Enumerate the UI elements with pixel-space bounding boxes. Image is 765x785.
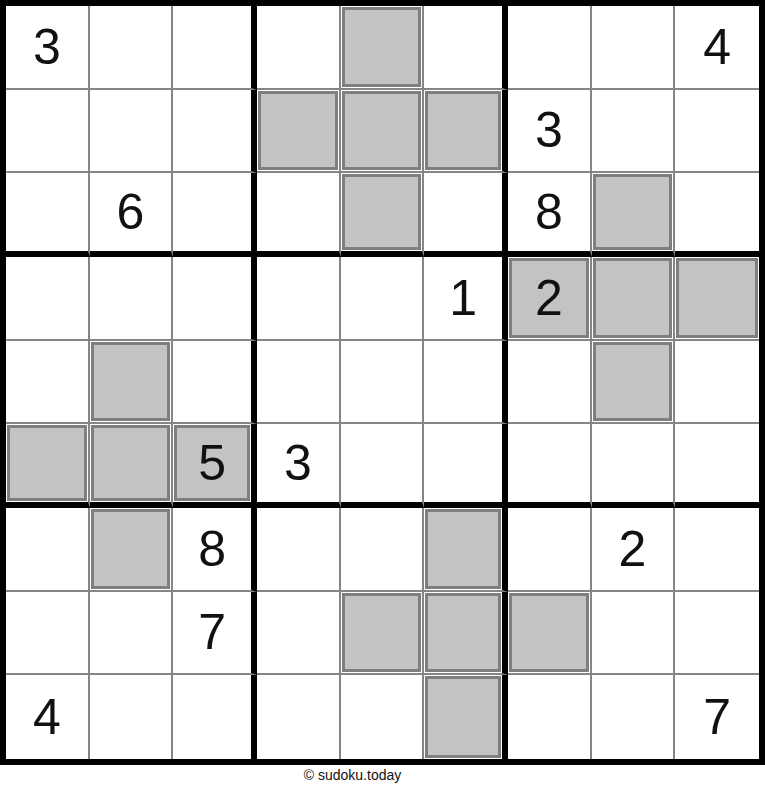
cell-r2c2[interactable] <box>90 90 174 174</box>
cell-r1c9[interactable]: 4 <box>675 6 759 90</box>
cell-r8c9[interactable] <box>675 592 759 676</box>
cell-r6c7[interactable] <box>508 424 592 508</box>
cell-r1c1[interactable]: 3 <box>6 6 90 90</box>
cell-r8c6[interactable] <box>424 592 508 676</box>
cell-r1c2[interactable] <box>90 6 174 90</box>
cell-r3c2[interactable]: 6 <box>90 173 174 257</box>
cell-r6c9[interactable] <box>675 424 759 508</box>
given-digit: 2 <box>535 273 563 323</box>
cell-r3c8[interactable] <box>592 173 676 257</box>
shaded-cell-overlay <box>342 91 422 171</box>
cell-r7c5[interactable] <box>341 508 425 592</box>
shaded-cell-overlay <box>425 676 501 758</box>
shaded-cell-overlay <box>342 174 422 250</box>
cell-r1c4[interactable] <box>257 6 341 90</box>
cell-r5c2[interactable] <box>90 341 174 425</box>
cell-r3c9[interactable] <box>675 173 759 257</box>
cell-r7c3[interactable]: 8 <box>173 508 257 592</box>
cell-r4c2[interactable] <box>90 257 174 341</box>
cell-r8c2[interactable] <box>90 592 174 676</box>
sudoku-page: 34368125382747 © sudoku.today <box>0 0 765 785</box>
cell-r8c3[interactable]: 7 <box>173 592 257 676</box>
cell-r9c1[interactable]: 4 <box>6 675 90 759</box>
given-digit: 8 <box>198 524 226 574</box>
cell-r2c5[interactable] <box>341 90 425 174</box>
cell-r3c5[interactable] <box>341 173 425 257</box>
shaded-cell-overlay <box>425 91 501 171</box>
cell-r7c4[interactable] <box>257 508 341 592</box>
cell-r2c7[interactable]: 3 <box>508 90 592 174</box>
cell-r9c3[interactable] <box>173 675 257 759</box>
cell-r2c8[interactable] <box>592 90 676 174</box>
cell-r9c2[interactable] <box>90 675 174 759</box>
cell-r4c1[interactable] <box>6 257 90 341</box>
shaded-cell-overlay <box>342 593 422 673</box>
shaded-cell-overlay <box>91 425 171 501</box>
cell-r4c5[interactable] <box>341 257 425 341</box>
given-digit: 7 <box>703 692 731 742</box>
shaded-cell-overlay <box>509 593 589 673</box>
shaded-cell-overlay <box>425 593 501 673</box>
given-digit: 8 <box>535 187 563 237</box>
shaded-cell-overlay <box>676 258 758 338</box>
cell-r2c6[interactable] <box>424 90 508 174</box>
cell-r2c1[interactable] <box>6 90 90 174</box>
cell-r3c1[interactable] <box>6 173 90 257</box>
shaded-cell-overlay <box>91 509 171 589</box>
shaded-cell-overlay <box>258 91 338 171</box>
cell-r1c5[interactable] <box>341 6 425 90</box>
given-digit: 6 <box>117 187 145 237</box>
cell-r3c6[interactable] <box>424 173 508 257</box>
sudoku-grid: 34368125382747 <box>6 6 759 759</box>
cell-r7c7[interactable] <box>508 508 592 592</box>
cell-r2c9[interactable] <box>675 90 759 174</box>
footer: © sudoku.today <box>0 765 765 785</box>
shaded-cell-overlay <box>342 7 422 87</box>
cell-r6c1[interactable] <box>6 424 90 508</box>
cell-r1c7[interactable] <box>508 6 592 90</box>
cell-r7c8[interactable]: 2 <box>592 508 676 592</box>
given-digit: 4 <box>703 22 731 72</box>
cell-r4c8[interactable] <box>592 257 676 341</box>
cell-r8c1[interactable] <box>6 592 90 676</box>
cell-r9c7[interactable] <box>508 675 592 759</box>
given-digit: 7 <box>198 607 226 657</box>
cell-r5c9[interactable] <box>675 341 759 425</box>
cell-r4c9[interactable] <box>675 257 759 341</box>
shaded-cell-overlay <box>593 174 673 250</box>
shaded-cell-overlay <box>91 342 171 422</box>
cell-r6c8[interactable] <box>592 424 676 508</box>
cell-r9c4[interactable] <box>257 675 341 759</box>
cell-r1c3[interactable] <box>173 6 257 90</box>
cell-r8c4[interactable] <box>257 592 341 676</box>
given-digit: 3 <box>33 22 61 72</box>
cell-r4c3[interactable] <box>173 257 257 341</box>
cell-r8c8[interactable] <box>592 592 676 676</box>
cell-r8c5[interactable] <box>341 592 425 676</box>
cell-r2c3[interactable] <box>173 90 257 174</box>
cell-r3c3[interactable] <box>173 173 257 257</box>
cell-r6c2[interactable] <box>90 424 174 508</box>
cell-r4c6[interactable]: 1 <box>424 257 508 341</box>
cell-r8c7[interactable] <box>508 592 592 676</box>
cell-r5c8[interactable] <box>592 341 676 425</box>
cell-r6c4[interactable]: 3 <box>257 424 341 508</box>
cell-r6c3[interactable]: 5 <box>173 424 257 508</box>
cell-r9c6[interactable] <box>424 675 508 759</box>
cell-r5c4[interactable] <box>257 341 341 425</box>
shaded-cell-overlay <box>593 258 673 338</box>
cell-r5c7[interactable] <box>508 341 592 425</box>
cell-r7c2[interactable] <box>90 508 174 592</box>
shaded-cell-overlay <box>593 342 673 422</box>
cell-r5c1[interactable] <box>6 341 90 425</box>
cell-r3c7[interactable]: 8 <box>508 173 592 257</box>
given-digit: 5 <box>198 438 226 488</box>
cell-r9c5[interactable] <box>341 675 425 759</box>
shaded-cell-overlay <box>7 425 87 501</box>
given-digit: 1 <box>449 273 477 323</box>
sudoku-board: 34368125382747 <box>0 0 765 765</box>
cell-r2c4[interactable] <box>257 90 341 174</box>
cell-r9c9[interactable]: 7 <box>675 675 759 759</box>
given-digit: 3 <box>284 438 312 488</box>
cell-r7c1[interactable] <box>6 508 90 592</box>
cell-r6c5[interactable] <box>341 424 425 508</box>
cell-r9c8[interactable] <box>592 675 676 759</box>
cell-r1c8[interactable] <box>592 6 676 90</box>
cell-r7c9[interactable] <box>675 508 759 592</box>
cell-r7c6[interactable] <box>424 508 508 592</box>
given-digit: 3 <box>535 105 563 155</box>
cell-r5c6[interactable] <box>424 341 508 425</box>
cell-r5c5[interactable] <box>341 341 425 425</box>
footer-credit: © sudoku.today <box>304 767 402 783</box>
cell-r4c7[interactable]: 2 <box>508 257 592 341</box>
cell-r3c4[interactable] <box>257 173 341 257</box>
given-digit: 4 <box>33 692 61 742</box>
shaded-cell-overlay <box>425 509 501 589</box>
cell-r4c4[interactable] <box>257 257 341 341</box>
cell-r1c6[interactable] <box>424 6 508 90</box>
given-digit: 2 <box>619 524 647 574</box>
cell-r6c6[interactable] <box>424 424 508 508</box>
cell-r5c3[interactable] <box>173 341 257 425</box>
